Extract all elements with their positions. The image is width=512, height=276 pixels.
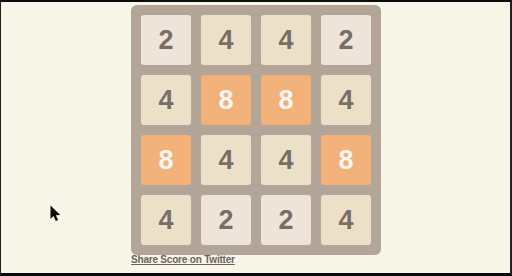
tile-4: 4 — [201, 135, 251, 185]
tile-8: 8 — [201, 75, 251, 125]
tile-4: 4 — [201, 15, 251, 65]
tile-2: 2 — [261, 195, 311, 245]
share-score-link[interactable]: Share Score on Twitter — [131, 254, 235, 265]
tile-4: 4 — [141, 195, 191, 245]
mouse-cursor — [50, 205, 61, 222]
board[interactable]: 2442488484484224 — [131, 5, 381, 255]
tile-2: 2 — [321, 15, 371, 65]
tile-2: 2 — [201, 195, 251, 245]
tile-4: 4 — [141, 75, 191, 125]
tile-8: 8 — [261, 75, 311, 125]
tile-4: 4 — [261, 135, 311, 185]
tile-4: 4 — [261, 15, 311, 65]
tile-8: 8 — [141, 135, 191, 185]
game-screen: 2442488484484224 Share Score on Twitter — [0, 0, 512, 276]
tile-2: 2 — [141, 15, 191, 65]
tile-8: 8 — [321, 135, 371, 185]
tile-4: 4 — [321, 195, 371, 245]
tile-4: 4 — [321, 75, 371, 125]
